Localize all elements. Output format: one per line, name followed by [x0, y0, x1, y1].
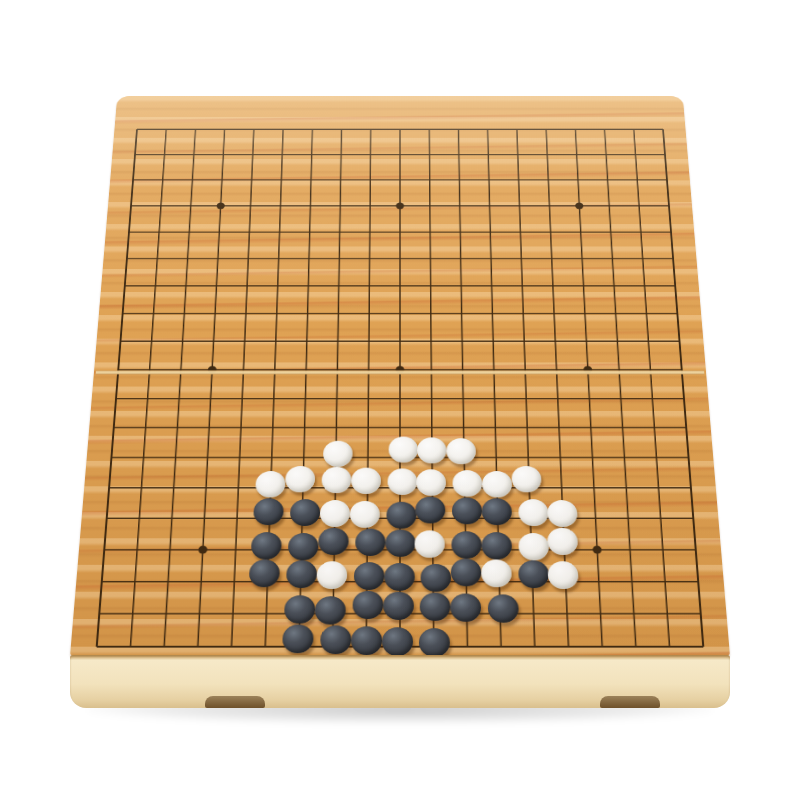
black-stone[interactable] — [352, 591, 383, 619]
black-stone[interactable] — [320, 625, 351, 654]
black-stone[interactable] — [282, 624, 314, 653]
black-stone[interactable] — [451, 531, 482, 558]
fold-seam — [96, 370, 705, 374]
grid-line-vertical — [97, 129, 137, 646]
black-stone[interactable] — [451, 559, 482, 587]
black-stone[interactable] — [315, 596, 346, 624]
black-stone[interactable] — [383, 592, 414, 620]
star-point — [396, 202, 404, 209]
white-stone[interactable] — [323, 440, 353, 466]
white-stone[interactable] — [349, 501, 379, 528]
white-stone[interactable] — [415, 530, 445, 557]
black-stone[interactable] — [385, 529, 415, 556]
white-stone[interactable] — [387, 469, 417, 495]
star-point — [216, 202, 224, 209]
black-stone[interactable] — [450, 593, 481, 621]
grid-line-vertical — [164, 129, 195, 646]
black-stone[interactable] — [354, 562, 385, 590]
star-point — [198, 546, 207, 554]
grid-line-vertical — [663, 129, 703, 646]
white-stone[interactable] — [417, 437, 447, 463]
black-stone[interactable] — [288, 533, 319, 560]
grid-line-vertical — [130, 129, 166, 646]
white-stone[interactable] — [518, 533, 549, 560]
black-stone[interactable] — [487, 594, 518, 622]
black-stone[interactable] — [384, 563, 414, 591]
black-stone[interactable] — [386, 502, 416, 529]
white-stone[interactable] — [446, 438, 476, 464]
white-stone[interactable] — [388, 436, 417, 462]
black-stone[interactable] — [419, 628, 450, 657]
star-point — [592, 546, 601, 554]
white-stone[interactable] — [452, 470, 482, 496]
board-foot-notch — [205, 696, 265, 708]
white-stone[interactable] — [511, 466, 541, 492]
white-stone[interactable] — [481, 560, 512, 588]
board-foot-notch — [600, 696, 660, 708]
star-point — [575, 202, 583, 209]
white-stone[interactable] — [351, 468, 381, 494]
product-photo-scene — [0, 0, 800, 800]
board-front-edge — [70, 655, 730, 708]
black-stone[interactable] — [351, 626, 382, 655]
black-stone[interactable] — [481, 532, 512, 559]
black-stone[interactable] — [518, 561, 549, 589]
black-stone[interactable] — [416, 496, 446, 523]
black-stone[interactable] — [420, 592, 451, 620]
black-stone[interactable] — [382, 627, 413, 656]
black-stone[interactable] — [481, 498, 512, 525]
black-stone[interactable] — [318, 527, 349, 554]
black-stone[interactable] — [355, 528, 385, 555]
grid-line-vertical — [605, 129, 636, 646]
white-stone[interactable] — [482, 471, 512, 497]
white-stone[interactable] — [518, 499, 549, 526]
grid-line-vertical — [634, 129, 670, 646]
go-board — [70, 96, 730, 656]
white-stone[interactable] — [320, 500, 350, 527]
black-stone[interactable] — [452, 497, 482, 524]
